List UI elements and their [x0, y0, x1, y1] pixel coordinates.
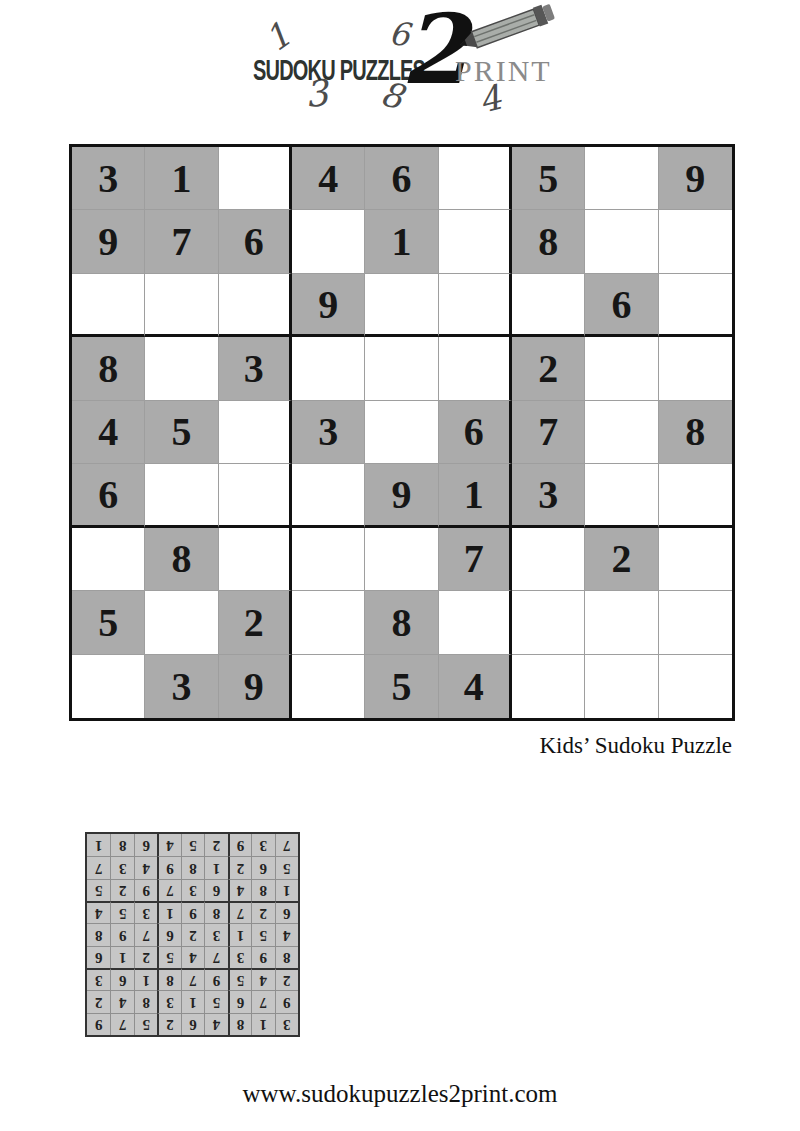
- puzzle-cell-r9c9[interactable]: [659, 655, 732, 718]
- solution-cell-r7c3: 4: [228, 879, 251, 901]
- logo-scatter-digit-1: 1: [259, 17, 296, 57]
- puzzle-cell-r2c3[interactable]: 6: [219, 210, 292, 273]
- logo-text-sudoku-puzzles: SUDOKU PUZZLES: [253, 53, 425, 87]
- puzzle-cell-r8c4[interactable]: [292, 591, 365, 654]
- puzzle-cell-r7c4[interactable]: [292, 528, 365, 591]
- puzzle-cell-r2c6[interactable]: [439, 210, 512, 273]
- solution-cell-r7c2: 8: [251, 879, 274, 901]
- puzzle-cell-r2c2[interactable]: 7: [145, 210, 218, 273]
- solution-cell-r6c9: 4: [87, 901, 110, 923]
- puzzle-cell-r9c7[interactable]: [512, 655, 585, 718]
- solution-cell-r4c4: 7: [204, 946, 227, 968]
- solution-cell-r6c2: 2: [251, 901, 274, 923]
- solution-cell-r4c6: 5: [157, 946, 180, 968]
- solution-cell-r1c4: 4: [204, 1013, 227, 1035]
- puzzle-cell-r7c7[interactable]: [512, 528, 585, 591]
- puzzle-cell-r4c4[interactable]: [292, 337, 365, 400]
- solution-cell-r6c5: 9: [181, 901, 204, 923]
- puzzle-cell-r9c4[interactable]: [292, 655, 365, 718]
- solution-cell-r3c7: 1: [134, 968, 157, 990]
- puzzle-cell-r6c2[interactable]: [145, 464, 218, 527]
- solution-cell-r7c1: 1: [275, 879, 298, 901]
- puzzle-cell-r2c5[interactable]: 1: [365, 210, 438, 273]
- solution-cell-r1c9: 9: [87, 1013, 110, 1035]
- solution-cell-r8c5: 8: [181, 856, 204, 878]
- puzzle-grid: 314659976189683245367869138725283954: [69, 144, 735, 721]
- puzzle-cell-r5c8[interactable]: [585, 401, 658, 464]
- solution-cell-r2c4: 5: [204, 990, 227, 1012]
- puzzle-cell-r5c4[interactable]: 3: [292, 401, 365, 464]
- solution-cell-r8c2: 6: [251, 856, 274, 878]
- solution-cell-r3c3: 5: [228, 968, 251, 990]
- puzzle-cell-r4c5[interactable]: [365, 337, 438, 400]
- puzzle-cell-r7c2[interactable]: 8: [145, 528, 218, 591]
- solution-cell-r1c7: 5: [134, 1013, 157, 1035]
- site-logo: 1 6 3 8 4 SUDOKU PUZZLES 2 PRINT: [253, 16, 563, 120]
- solution-cell-r3c6: 8: [157, 968, 180, 990]
- solution-cell-r6c6: 1: [157, 901, 180, 923]
- puzzle-cell-r7c9[interactable]: [659, 528, 732, 591]
- solution-cell-r3c4: 9: [204, 968, 227, 990]
- solution-cell-r6c8: 5: [110, 901, 133, 923]
- solution-cell-r4c3: 3: [228, 946, 251, 968]
- puzzle-cell-r5c7[interactable]: 7: [512, 401, 585, 464]
- site-url: www.sudokupuzzles2print.com: [0, 1080, 800, 1108]
- solution-cell-r2c7: 8: [134, 990, 157, 1012]
- puzzle-cell-r8c1[interactable]: 5: [72, 591, 145, 654]
- puzzle-cell-r8c5[interactable]: 8: [365, 591, 438, 654]
- puzzle-cell-r7c3[interactable]: [219, 528, 292, 591]
- puzzle-cell-r3c8[interactable]: 6: [585, 274, 658, 337]
- puzzle-cell-r7c8[interactable]: 2: [585, 528, 658, 591]
- solution-cell-r6c1: 6: [275, 901, 298, 923]
- puzzle-cell-r4c3[interactable]: 3: [219, 337, 292, 400]
- puzzle-cell-r3c3[interactable]: [219, 274, 292, 337]
- puzzle-cell-r3c4[interactable]: 9: [292, 274, 365, 337]
- solution-cell-r2c3: 6: [228, 990, 251, 1012]
- solution-cell-r4c7: 2: [134, 946, 157, 968]
- solution-cell-r8c1: 5: [275, 856, 298, 878]
- puzzle-cell-r6c9[interactable]: [659, 464, 732, 527]
- solution-cell-r4c2: 9: [251, 946, 274, 968]
- solution-cell-r1c2: 1: [251, 1013, 274, 1035]
- puzzle-cell-r1c7[interactable]: 5: [512, 147, 585, 210]
- puzzle-cell-r4c8[interactable]: [585, 337, 658, 400]
- solution-cell-r5c5: 2: [181, 923, 204, 945]
- solution-cell-r7c4: 6: [204, 879, 227, 901]
- puzzle-cell-r6c8[interactable]: [585, 464, 658, 527]
- puzzle-cell-r4c9[interactable]: [659, 337, 732, 400]
- puzzle-cell-r9c1[interactable]: [72, 655, 145, 718]
- puzzle-cell-r2c1[interactable]: 9: [72, 210, 145, 273]
- puzzle-cell-r3c7[interactable]: [512, 274, 585, 337]
- solution-cell-r3c9: 3: [87, 968, 110, 990]
- solution-cell-r9c5: 5: [181, 834, 204, 856]
- puzzle-cell-r1c8[interactable]: [585, 147, 658, 210]
- puzzle-cell-r2c8[interactable]: [585, 210, 658, 273]
- puzzle-cell-r9c3[interactable]: 9: [219, 655, 292, 718]
- puzzle-cell-r3c2[interactable]: [145, 274, 218, 337]
- solution-cell-r2c6: 3: [157, 990, 180, 1012]
- solution-cell-r1c5: 6: [181, 1013, 204, 1035]
- solution-cell-r7c9: 5: [87, 879, 110, 901]
- puzzle-cell-r9c8[interactable]: [585, 655, 658, 718]
- puzzle-cell-r8c8[interactable]: [585, 591, 658, 654]
- solution-cell-r8c7: 4: [134, 856, 157, 878]
- solution-cell-r7c8: 2: [110, 879, 133, 901]
- puzzle-cell-r9c2[interactable]: 3: [145, 655, 218, 718]
- puzzle-cell-r6c5[interactable]: 9: [365, 464, 438, 527]
- puzzle-cell-r4c2[interactable]: [145, 337, 218, 400]
- puzzle-cell-r5c9[interactable]: 8: [659, 401, 732, 464]
- solution-cell-r3c8: 6: [110, 968, 133, 990]
- puzzle-cell-r1c6[interactable]: [439, 147, 512, 210]
- solution-cell-r4c1: 8: [275, 946, 298, 968]
- puzzle-cell-r4c7[interactable]: 2: [512, 337, 585, 400]
- solution-cell-r6c4: 8: [204, 901, 227, 923]
- solution-grid: 3184625799765138422459781638937452164513…: [85, 832, 300, 1037]
- puzzle-cell-r5c5[interactable]: [365, 401, 438, 464]
- solution-cell-r9c6: 4: [157, 834, 180, 856]
- solution-cell-r5c9: 8: [87, 923, 110, 945]
- solution-cell-r2c1: 9: [275, 990, 298, 1012]
- solution-cell-r3c5: 7: [181, 968, 204, 990]
- solution-cell-r9c8: 8: [110, 834, 133, 856]
- puzzle-cell-r7c5[interactable]: [365, 528, 438, 591]
- solution-cell-r4c8: 1: [110, 946, 133, 968]
- puzzle-cell-r8c7[interactable]: [512, 591, 585, 654]
- puzzle-cell-r3c6[interactable]: [439, 274, 512, 337]
- puzzle-cell-r5c2[interactable]: 5: [145, 401, 218, 464]
- solution-cell-r7c6: 7: [157, 879, 180, 901]
- solution-cell-r1c8: 7: [110, 1013, 133, 1035]
- puzzle-cell-r6c6[interactable]: 1: [439, 464, 512, 527]
- solution-cell-r9c9: 1: [87, 834, 110, 856]
- solution-cell-r2c9: 2: [87, 990, 110, 1012]
- solution-cell-r8c6: 9: [157, 856, 180, 878]
- solution-cell-r9c1: 7: [275, 834, 298, 856]
- solution-cell-r7c7: 9: [134, 879, 157, 901]
- puzzle-cell-r4c6[interactable]: [439, 337, 512, 400]
- solution-cell-r8c4: 1: [204, 856, 227, 878]
- solution-cell-r5c3: 1: [228, 923, 251, 945]
- puzzle-cell-r3c1[interactable]: [72, 274, 145, 337]
- pencil-icon: [455, 0, 560, 62]
- solution-cell-r9c7: 6: [134, 834, 157, 856]
- solution-cell-r9c4: 2: [204, 834, 227, 856]
- puzzle-cell-r1c3[interactable]: [219, 147, 292, 210]
- puzzle-cell-r1c9[interactable]: 9: [659, 147, 732, 210]
- puzzle-cell-r1c1[interactable]: 3: [72, 147, 145, 210]
- solution-cell-r5c1: 4: [275, 923, 298, 945]
- puzzle-cell-r3c5[interactable]: [365, 274, 438, 337]
- puzzle-cell-r7c6[interactable]: 7: [439, 528, 512, 591]
- puzzle-cell-r6c7[interactable]: 3: [512, 464, 585, 527]
- puzzle-cell-r5c3[interactable]: [219, 401, 292, 464]
- solution-cell-r2c2: 7: [251, 990, 274, 1012]
- puzzle-cell-r3c9[interactable]: [659, 274, 732, 337]
- solution-cell-r6c7: 3: [134, 901, 157, 923]
- puzzle-cell-r6c3[interactable]: [219, 464, 292, 527]
- puzzle-cell-r4c1[interactable]: 8: [72, 337, 145, 400]
- puzzle-cell-r6c4[interactable]: [292, 464, 365, 527]
- puzzle-cell-r7c1[interactable]: [72, 528, 145, 591]
- solution-cell-r8c3: 2: [228, 856, 251, 878]
- puzzle-cell-r5c1[interactable]: 4: [72, 401, 145, 464]
- solution-cell-r4c9: 6: [87, 946, 110, 968]
- solution-cell-r8c9: 7: [87, 856, 110, 878]
- puzzle-cell-r8c3[interactable]: 2: [219, 591, 292, 654]
- solution-cell-r7c5: 3: [181, 879, 204, 901]
- solution-cell-r8c8: 3: [110, 856, 133, 878]
- puzzle-cell-r6c1[interactable]: 6: [72, 464, 145, 527]
- solution-cell-r5c7: 7: [134, 923, 157, 945]
- solution-cell-r1c3: 8: [228, 1013, 251, 1035]
- puzzle-cell-r1c5[interactable]: 6: [365, 147, 438, 210]
- puzzle-cell-r8c9[interactable]: [659, 591, 732, 654]
- solution-cell-r2c5: 1: [181, 990, 204, 1012]
- puzzle-cell-r1c2[interactable]: 1: [145, 147, 218, 210]
- solution-cell-r1c1: 3: [275, 1013, 298, 1035]
- solution-cell-r4c5: 4: [181, 946, 204, 968]
- solution-cell-r9c3: 9: [228, 834, 251, 856]
- solution-cell-r5c2: 5: [251, 923, 274, 945]
- puzzle-cell-r9c6[interactable]: 4: [439, 655, 512, 718]
- puzzle-cell-r5c6[interactable]: 6: [439, 401, 512, 464]
- solution-cell-r3c2: 4: [251, 968, 274, 990]
- solution-cell-r2c8: 4: [110, 990, 133, 1012]
- puzzle-cell-r8c6[interactable]: [439, 591, 512, 654]
- solution-cell-r9c2: 3: [251, 834, 274, 856]
- puzzle-cell-r8c2[interactable]: [145, 591, 218, 654]
- solution-cell-r5c8: 9: [110, 923, 133, 945]
- puzzle-title: Kids’ Sudoku Puzzle: [539, 733, 732, 759]
- puzzle-cell-r2c4[interactable]: [292, 210, 365, 273]
- puzzle-cell-r1c4[interactable]: 4: [292, 147, 365, 210]
- solution-cell-r3c1: 2: [275, 968, 298, 990]
- solution-cell-r1c6: 2: [157, 1013, 180, 1035]
- puzzle-cell-r2c9[interactable]: [659, 210, 732, 273]
- solution-cell-r5c6: 6: [157, 923, 180, 945]
- puzzle-cell-r9c5[interactable]: 5: [365, 655, 438, 718]
- solution-cell-r5c4: 3: [204, 923, 227, 945]
- solution-cell-r6c3: 7: [228, 901, 251, 923]
- puzzle-cell-r2c7[interactable]: 8: [512, 210, 585, 273]
